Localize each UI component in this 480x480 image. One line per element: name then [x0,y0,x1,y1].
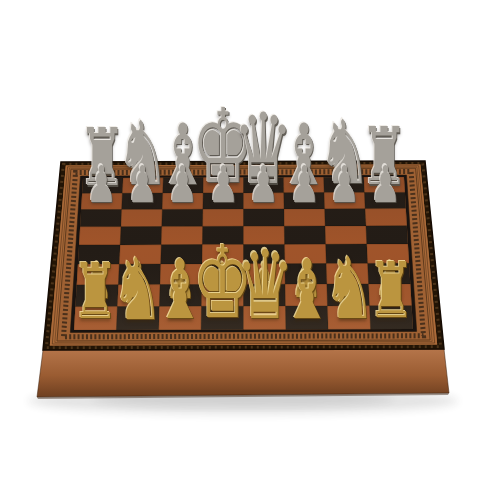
square-b4 [119,245,161,264]
square-e5 [244,226,285,244]
square-c6 [162,209,203,226]
square-g7 [324,193,365,209]
square-a7 [81,193,122,209]
square-c2 [159,285,201,307]
square-c5 [161,226,202,244]
square-g4 [326,244,368,264]
square-g3 [326,263,368,284]
square-e1 [244,306,286,330]
square-c7 [162,193,203,209]
square-d3 [202,264,244,285]
square-e3 [244,264,286,285]
square-f4 [285,244,327,263]
square-b5 [120,227,162,245]
square-b3 [118,264,160,285]
square-b8 [122,178,163,194]
square-d5 [202,226,243,244]
square-f8 [284,177,325,193]
square-f1 [286,306,329,329]
square-h6 [365,209,407,226]
square-b7 [122,193,163,209]
square-e6 [244,209,285,226]
square-c3 [160,264,202,285]
square-d7 [203,193,244,209]
square-g2 [327,284,370,306]
square-b1 [116,307,159,330]
square-e8 [244,177,284,193]
square-a5 [79,227,121,245]
square-h4 [367,244,409,263]
square-h1 [370,306,413,330]
square-a3 [77,264,120,285]
square-e7 [244,193,285,209]
chess-board [0,0,480,480]
square-a1 [74,307,117,331]
square-f7 [284,193,325,209]
square-d6 [203,209,244,226]
square-g5 [325,226,367,244]
square-h2 [369,284,412,306]
box-front-face [37,349,449,397]
square-d8 [203,178,243,194]
square-c8 [163,178,204,194]
square-b2 [117,285,160,307]
square-c1 [159,306,202,330]
square-b6 [121,209,162,226]
square-f2 [285,284,327,306]
square-f5 [284,226,325,244]
square-a4 [78,245,120,264]
square-g6 [325,209,366,226]
square-f6 [284,209,325,226]
square-a6 [80,210,122,227]
square-a2 [75,285,118,307]
square-c4 [161,245,203,265]
square-d1 [201,306,243,330]
chess-set-product-photo: ♜♞♝♚♛♝♞♜♟♟♟♟♟♟♟♟♟♟♟♟♟♟♟♟♜♞♝♚♛♝♞♜ [0,0,480,480]
square-h3 [368,263,411,284]
square-e4 [244,244,285,263]
square-h5 [366,226,408,244]
square-h8 [364,177,405,193]
square-g1 [328,306,371,330]
square-d2 [202,284,244,306]
square-g8 [324,177,365,193]
square-d4 [202,245,243,264]
square-e2 [244,284,286,306]
square-a8 [82,178,123,194]
square-h7 [365,192,406,208]
square-f3 [285,264,327,285]
